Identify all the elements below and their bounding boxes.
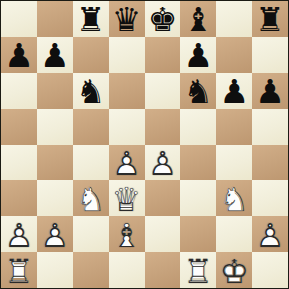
- white-pawn-outline: ♙: [37, 216, 73, 252]
- black-queen-glyph: ♛: [109, 1, 145, 37]
- square-g1[interactable]: ♚♔: [216, 252, 252, 288]
- square-b1[interactable]: [37, 252, 73, 288]
- white-rook-outline: ♖: [1, 252, 37, 288]
- black-king-glyph: ♚: [145, 1, 181, 37]
- black-pawn-icon[interactable]: ♟: [37, 37, 73, 73]
- black-rook-glyph: ♜: [73, 1, 109, 37]
- square-f7[interactable]: ♟: [180, 37, 216, 73]
- square-e2[interactable]: [145, 216, 181, 252]
- black-pawn-glyph: ♟: [252, 73, 288, 109]
- white-knight-outline: ♘: [216, 180, 252, 216]
- white-pawn-icon[interactable]: ♟♙: [37, 216, 73, 252]
- white-knight-outline: ♘: [73, 180, 109, 216]
- square-g3[interactable]: ♞♘: [216, 180, 252, 216]
- square-h5[interactable]: [252, 109, 288, 145]
- square-c1[interactable]: [73, 252, 109, 288]
- square-f6[interactable]: ♞: [180, 73, 216, 109]
- white-knight-icon[interactable]: ♞♘: [216, 180, 252, 216]
- square-g7[interactable]: [216, 37, 252, 73]
- black-bishop-glyph: ♝: [180, 1, 216, 37]
- square-a5[interactable]: [1, 109, 37, 145]
- square-c2[interactable]: [73, 216, 109, 252]
- square-b4[interactable]: [37, 145, 73, 181]
- black-knight-glyph: ♞: [73, 73, 109, 109]
- square-e4[interactable]: ♟♙: [145, 145, 181, 181]
- square-f4[interactable]: [180, 145, 216, 181]
- white-pawn-icon[interactable]: ♟♙: [145, 145, 181, 181]
- square-e7[interactable]: [145, 37, 181, 73]
- square-a7[interactable]: ♟: [1, 37, 37, 73]
- chess-board: ♜♛♚♝♜♟♟♟♞♞♟♟♟♙♟♙♞♘♛♕♞♘♟♙♟♙♝♗♟♙♜♖♜♖♚♔: [0, 0, 289, 289]
- square-c3[interactable]: ♞♘: [73, 180, 109, 216]
- black-pawn-icon[interactable]: ♟: [180, 37, 216, 73]
- black-pawn-glyph: ♟: [1, 37, 37, 73]
- square-h3[interactable]: [252, 180, 288, 216]
- white-bishop-outline: ♗: [109, 216, 145, 252]
- black-pawn-glyph: ♟: [216, 73, 252, 109]
- square-e1[interactable]: [145, 252, 181, 288]
- square-h6[interactable]: ♟: [252, 73, 288, 109]
- square-h2[interactable]: ♟♙: [252, 216, 288, 252]
- square-h1[interactable]: [252, 252, 288, 288]
- square-f1[interactable]: ♜♖: [180, 252, 216, 288]
- square-g4[interactable]: [216, 145, 252, 181]
- white-rook-icon[interactable]: ♜♖: [1, 252, 37, 288]
- square-f3[interactable]: [180, 180, 216, 216]
- black-pawn-icon[interactable]: ♟: [252, 73, 288, 109]
- square-e3[interactable]: [145, 180, 181, 216]
- square-b2[interactable]: ♟♙: [37, 216, 73, 252]
- black-bishop-icon[interactable]: ♝: [180, 1, 216, 37]
- square-h8[interactable]: ♜: [252, 1, 288, 37]
- square-b7[interactable]: ♟: [37, 37, 73, 73]
- square-a3[interactable]: [1, 180, 37, 216]
- square-d8[interactable]: ♛: [109, 1, 145, 37]
- square-a4[interactable]: [1, 145, 37, 181]
- square-a1[interactable]: ♜♖: [1, 252, 37, 288]
- square-f5[interactable]: [180, 109, 216, 145]
- black-king-icon[interactable]: ♚: [145, 1, 181, 37]
- square-c8[interactable]: ♜: [73, 1, 109, 37]
- square-c6[interactable]: ♞: [73, 73, 109, 109]
- square-c4[interactable]: [73, 145, 109, 181]
- square-d3[interactable]: ♛♕: [109, 180, 145, 216]
- square-e6[interactable]: [145, 73, 181, 109]
- white-knight-icon[interactable]: ♞♘: [73, 180, 109, 216]
- square-g6[interactable]: ♟: [216, 73, 252, 109]
- square-g5[interactable]: [216, 109, 252, 145]
- black-queen-icon[interactable]: ♛: [109, 1, 145, 37]
- black-pawn-glyph: ♟: [37, 37, 73, 73]
- white-king-icon[interactable]: ♚♔: [216, 252, 252, 288]
- black-rook-glyph: ♜: [252, 1, 288, 37]
- square-d2[interactable]: ♝♗: [109, 216, 145, 252]
- white-rook-icon[interactable]: ♜♖: [180, 252, 216, 288]
- white-king-outline: ♔: [216, 252, 252, 288]
- square-g2[interactable]: [216, 216, 252, 252]
- white-rook-outline: ♖: [180, 252, 216, 288]
- black-knight-icon[interactable]: ♞: [73, 73, 109, 109]
- white-queen-outline: ♕: [109, 180, 145, 216]
- square-c7[interactable]: [73, 37, 109, 73]
- square-f8[interactable]: ♝: [180, 1, 216, 37]
- square-d5[interactable]: [109, 109, 145, 145]
- square-d4[interactable]: ♟♙: [109, 145, 145, 181]
- square-f2[interactable]: [180, 216, 216, 252]
- black-rook-icon[interactable]: ♜: [252, 1, 288, 37]
- square-b3[interactable]: [37, 180, 73, 216]
- white-pawn-outline: ♙: [109, 145, 145, 181]
- square-a8[interactable]: [1, 1, 37, 37]
- square-c5[interactable]: [73, 109, 109, 145]
- black-pawn-glyph: ♟: [180, 37, 216, 73]
- white-pawn-icon[interactable]: ♟♙: [252, 216, 288, 252]
- square-g8[interactable]: [216, 1, 252, 37]
- black-pawn-icon[interactable]: ♟: [216, 73, 252, 109]
- square-b8[interactable]: [37, 1, 73, 37]
- white-pawn-outline: ♙: [145, 145, 181, 181]
- square-d1[interactable]: [109, 252, 145, 288]
- square-a6[interactable]: [1, 73, 37, 109]
- square-e5[interactable]: [145, 109, 181, 145]
- square-a2[interactable]: ♟♙: [1, 216, 37, 252]
- square-h7[interactable]: [252, 37, 288, 73]
- square-b5[interactable]: [37, 109, 73, 145]
- black-knight-glyph: ♞: [180, 73, 216, 109]
- square-d7[interactable]: [109, 37, 145, 73]
- white-pawn-icon[interactable]: ♟♙: [109, 145, 145, 181]
- black-knight-icon[interactable]: ♞: [180, 73, 216, 109]
- white-pawn-outline: ♙: [252, 216, 288, 252]
- white-bishop-icon[interactable]: ♝♗: [109, 216, 145, 252]
- square-d6[interactable]: [109, 73, 145, 109]
- square-e8[interactable]: ♚: [145, 1, 181, 37]
- black-rook-icon[interactable]: ♜: [73, 1, 109, 37]
- square-h4[interactable]: [252, 145, 288, 181]
- chess-board-container: ♜♛♚♝♜♟♟♟♞♞♟♟♟♙♟♙♞♘♛♕♞♘♟♙♟♙♝♗♟♙♜♖♜♖♚♔: [0, 0, 289, 289]
- square-b6[interactable]: [37, 73, 73, 109]
- white-queen-icon[interactable]: ♛♕: [109, 180, 145, 216]
- black-pawn-icon[interactable]: ♟: [1, 37, 37, 73]
- white-pawn-outline: ♙: [1, 216, 37, 252]
- white-pawn-icon[interactable]: ♟♙: [1, 216, 37, 252]
